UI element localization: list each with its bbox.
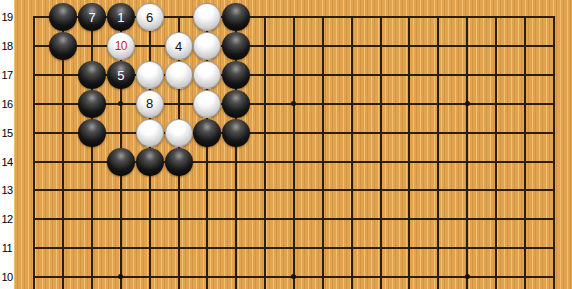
black-stone[interactable] bbox=[193, 119, 221, 147]
row-coordinate-label: 16 bbox=[0, 97, 14, 111]
stone-move-number: 8 bbox=[146, 97, 153, 110]
white-stone[interactable]: 10 bbox=[107, 32, 135, 60]
star-point bbox=[118, 101, 123, 106]
white-stone[interactable]: 6 bbox=[136, 3, 164, 31]
row-label-gutter: 19181716151413121110 bbox=[0, 0, 14, 289]
row-coordinate-label: 19 bbox=[0, 10, 14, 24]
white-stone[interactable]: 8 bbox=[136, 90, 164, 118]
black-stone[interactable]: 7 bbox=[78, 3, 106, 31]
white-stone[interactable] bbox=[193, 90, 221, 118]
white-stone[interactable]: 4 bbox=[165, 32, 193, 60]
row-coordinate-label: 15 bbox=[0, 126, 14, 140]
white-stone[interactable] bbox=[193, 3, 221, 31]
black-stone[interactable]: 1 bbox=[107, 3, 135, 31]
stone-move-number: 6 bbox=[146, 11, 153, 24]
star-point bbox=[291, 274, 296, 279]
stone-move-number: 4 bbox=[175, 40, 182, 53]
row-coordinate-label: 13 bbox=[0, 183, 14, 197]
black-stone[interactable] bbox=[222, 3, 250, 31]
black-stone[interactable] bbox=[78, 119, 106, 147]
grid-line-horizontal bbox=[33, 132, 554, 134]
black-stone[interactable] bbox=[222, 90, 250, 118]
grid-line-horizontal bbox=[33, 189, 554, 191]
white-stone[interactable] bbox=[136, 61, 164, 89]
row-coordinate-label: 12 bbox=[0, 212, 14, 226]
white-stone[interactable] bbox=[165, 61, 193, 89]
stone-move-number: 5 bbox=[117, 69, 124, 82]
black-stone[interactable] bbox=[107, 148, 135, 176]
star-point bbox=[465, 274, 470, 279]
row-coordinate-label: 18 bbox=[0, 39, 14, 53]
grid-line-horizontal bbox=[33, 218, 554, 220]
black-stone[interactable] bbox=[222, 61, 250, 89]
star-point bbox=[465, 101, 470, 106]
black-stone[interactable] bbox=[49, 32, 77, 60]
black-stone[interactable]: 5 bbox=[107, 61, 135, 89]
stone-move-number: 10 bbox=[115, 40, 127, 52]
black-stone[interactable] bbox=[222, 32, 250, 60]
black-stone[interactable] bbox=[165, 148, 193, 176]
white-stone[interactable] bbox=[136, 119, 164, 147]
black-stone[interactable] bbox=[49, 3, 77, 31]
white-stone[interactable] bbox=[193, 61, 221, 89]
star-point bbox=[118, 274, 123, 279]
black-stone[interactable] bbox=[78, 61, 106, 89]
grid-line-horizontal bbox=[33, 247, 554, 249]
go-board-diagram: 71610458 19181716151413121110 bbox=[0, 0, 572, 289]
white-stone[interactable] bbox=[193, 32, 221, 60]
black-stone[interactable] bbox=[78, 90, 106, 118]
row-coordinate-label: 17 bbox=[0, 68, 14, 82]
go-board: 71610458 bbox=[0, 0, 572, 289]
row-coordinate-label: 11 bbox=[0, 241, 14, 255]
stone-move-number: 7 bbox=[88, 11, 95, 24]
black-stone[interactable] bbox=[136, 148, 164, 176]
stone-move-number: 1 bbox=[117, 11, 124, 24]
row-coordinate-label: 14 bbox=[0, 155, 14, 169]
star-point bbox=[291, 101, 296, 106]
black-stone[interactable] bbox=[222, 119, 250, 147]
white-stone[interactable] bbox=[165, 119, 193, 147]
row-coordinate-label: 10 bbox=[0, 270, 14, 284]
